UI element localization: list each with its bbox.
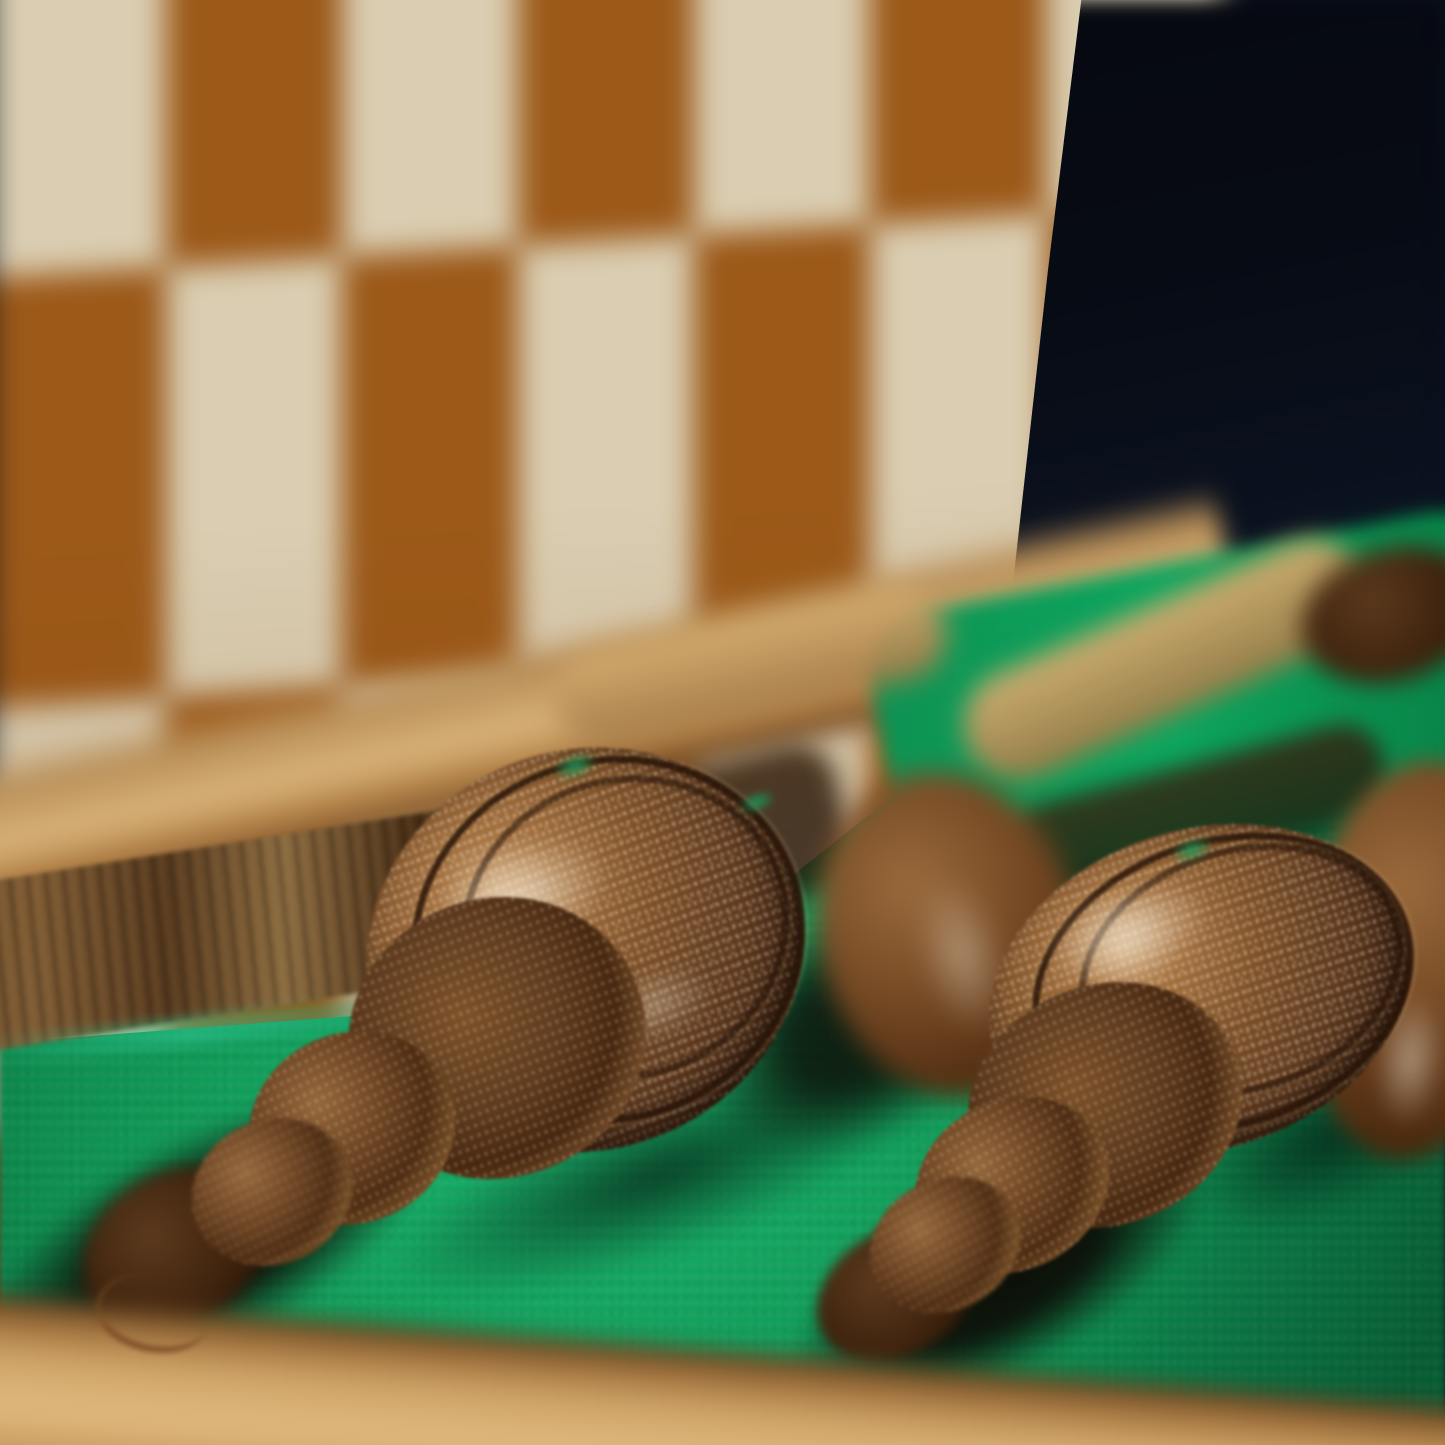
tray-pieces-scene bbox=[0, 0, 1445, 1445]
photo-chess-set-in-case bbox=[0, 0, 1445, 1445]
